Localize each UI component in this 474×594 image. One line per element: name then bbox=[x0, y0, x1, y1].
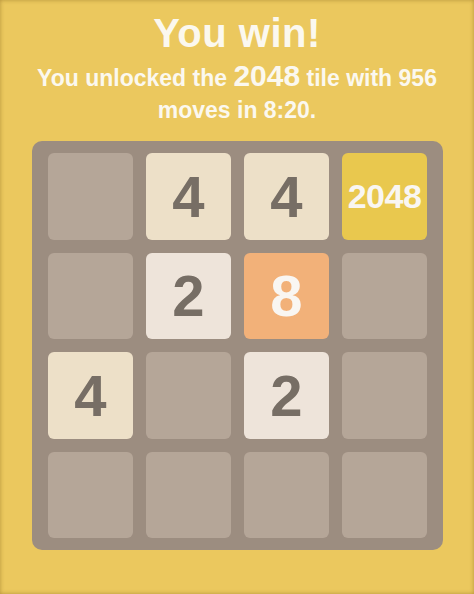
win-message: You unlocked the 2048 tile with 956moves… bbox=[0, 61, 474, 126]
board-grid[interactable]: 4420482842 bbox=[32, 141, 443, 550]
empty-cell bbox=[244, 452, 329, 539]
empty-cell bbox=[48, 452, 133, 539]
tile-2048: 2048 bbox=[342, 153, 427, 240]
empty-cell bbox=[342, 253, 427, 340]
empty-cell bbox=[342, 352, 427, 439]
tile-4: 4 bbox=[48, 352, 133, 439]
win-title: You win! bbox=[0, 12, 474, 54]
tile-4: 4 bbox=[244, 153, 329, 240]
tile-4: 4 bbox=[146, 153, 231, 240]
win-header: You win! You unlocked the 2048 tile with… bbox=[0, 0, 474, 126]
empty-cell bbox=[48, 253, 133, 340]
tile-8: 8 bbox=[244, 253, 329, 340]
empty-cell bbox=[342, 452, 427, 539]
empty-cell bbox=[146, 352, 231, 439]
win-message-tile-value: 2048 bbox=[233, 59, 300, 92]
win-message-mid: tile with 956 bbox=[300, 65, 437, 91]
tile-2: 2 bbox=[146, 253, 231, 340]
empty-cell bbox=[48, 153, 133, 240]
tile-2: 2 bbox=[244, 352, 329, 439]
win-message-line2: moves in 8:20. bbox=[158, 97, 317, 123]
game-screen: { "game": "2048", "position": "0,4,4,204… bbox=[0, 0, 474, 594]
empty-cell bbox=[146, 452, 231, 539]
win-message-pre: You unlocked the bbox=[37, 65, 233, 91]
